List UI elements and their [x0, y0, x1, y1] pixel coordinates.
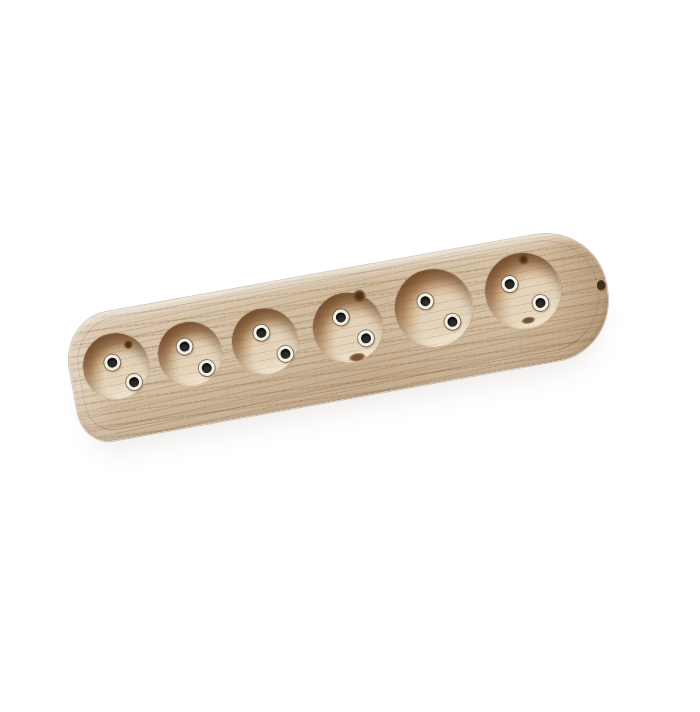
pin-hole — [443, 313, 462, 332]
pin-hole — [500, 275, 519, 294]
pin-hole — [276, 345, 295, 364]
product-photo — [0, 0, 700, 712]
pin-hole — [357, 329, 376, 348]
pin-hole — [332, 308, 351, 327]
pin-hole — [416, 292, 435, 311]
pin-hole — [175, 337, 194, 356]
pin-hole — [531, 294, 550, 313]
pin-hole — [103, 353, 122, 372]
pin-hole — [197, 359, 216, 378]
wood-knot — [519, 315, 538, 326]
board — [61, 224, 618, 446]
wood-knot — [123, 339, 135, 351]
wood-knot — [517, 252, 531, 266]
pin-hole — [252, 324, 271, 343]
